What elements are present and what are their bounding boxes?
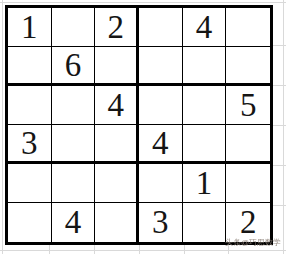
sudoku-cell-r3c3[interactable]: 4 bbox=[95, 86, 139, 125]
margin-gridline-left bbox=[2, 0, 3, 254]
sudoku-cell-r3c5[interactable] bbox=[183, 86, 227, 125]
sudoku-cell-r3c6[interactable]: 5 bbox=[226, 86, 270, 125]
sudoku-cell-r3c4[interactable] bbox=[139, 86, 183, 125]
margin-gridline-bottom bbox=[0, 250, 286, 251]
sudoku-cell-r5c6[interactable] bbox=[226, 164, 270, 203]
margin-tick-col1 bbox=[49, 245, 50, 254]
margin-tick-row5 bbox=[273, 205, 286, 206]
sudoku-cell-r2c2[interactable]: 6 bbox=[52, 47, 96, 86]
sudoku-cell-r2c3[interactable] bbox=[95, 47, 139, 86]
sudoku-cell-r5c2[interactable] bbox=[52, 164, 96, 203]
sudoku-cell-r3c2[interactable] bbox=[52, 86, 96, 125]
sudoku-cell-r6c1[interactable] bbox=[8, 203, 52, 242]
margin-tick-row1 bbox=[273, 45, 286, 46]
sudoku-cell-r4c1[interactable]: 3 bbox=[8, 125, 52, 164]
sudoku-cell-r1c1[interactable]: 1 bbox=[8, 8, 52, 47]
margin-tick-row4 bbox=[273, 165, 286, 166]
margin-tick-col3 bbox=[139, 245, 140, 254]
sudoku-cell-r1c4[interactable] bbox=[139, 8, 183, 47]
page: { "game": "sudoku", "variant": "6x6 (2x3… bbox=[0, 0, 286, 254]
sudoku-cell-r6c2[interactable]: 4 bbox=[52, 203, 96, 242]
sudoku-cell-r1c6[interactable] bbox=[226, 8, 270, 47]
sudoku-cell-r1c5[interactable]: 4 bbox=[183, 8, 227, 47]
sudoku-cell-r2c1[interactable] bbox=[8, 47, 52, 86]
watermark: 头条@巧思数学 bbox=[225, 238, 281, 248]
margin-tick-col2 bbox=[94, 245, 95, 254]
sudoku-cell-r6c5[interactable] bbox=[183, 203, 227, 242]
sudoku-cell-r4c5[interactable] bbox=[183, 125, 227, 164]
sudoku-cell-r5c3[interactable] bbox=[95, 164, 139, 203]
sudoku-cell-r2c6[interactable] bbox=[226, 47, 270, 86]
sudoku-cell-r5c1[interactable] bbox=[8, 164, 52, 203]
sudoku-cell-r6c6[interactable]: 2 bbox=[226, 203, 270, 242]
sudoku-cell-r2c5[interactable] bbox=[183, 47, 227, 86]
sudoku-cell-r1c3[interactable]: 2 bbox=[95, 8, 139, 47]
sudoku-cell-r5c5[interactable]: 1 bbox=[183, 164, 227, 203]
sudoku-cell-r4c6[interactable] bbox=[226, 125, 270, 164]
margin-tick-col4 bbox=[184, 245, 185, 254]
margin-gridline-right bbox=[283, 0, 284, 254]
sudoku-cell-r4c4[interactable]: 4 bbox=[139, 125, 183, 164]
sudoku-cell-r3c1[interactable] bbox=[8, 86, 52, 125]
sudoku-cell-r4c3[interactable] bbox=[95, 125, 139, 164]
margin-tick-row3 bbox=[273, 125, 286, 126]
sudoku-cell-r6c3[interactable] bbox=[95, 203, 139, 242]
sudoku-cell-r5c4[interactable] bbox=[139, 164, 183, 203]
sudoku-cell-r4c2[interactable] bbox=[52, 125, 96, 164]
sudoku-board: 124645341432 bbox=[5, 5, 273, 245]
sudoku-cell-r1c2[interactable] bbox=[52, 8, 96, 47]
sudoku-cell-r6c4[interactable]: 3 bbox=[139, 203, 183, 242]
margin-gridline-top bbox=[0, 2, 286, 3]
sudoku-cell-r2c4[interactable] bbox=[139, 47, 183, 86]
margin-tick-row2 bbox=[273, 85, 286, 86]
